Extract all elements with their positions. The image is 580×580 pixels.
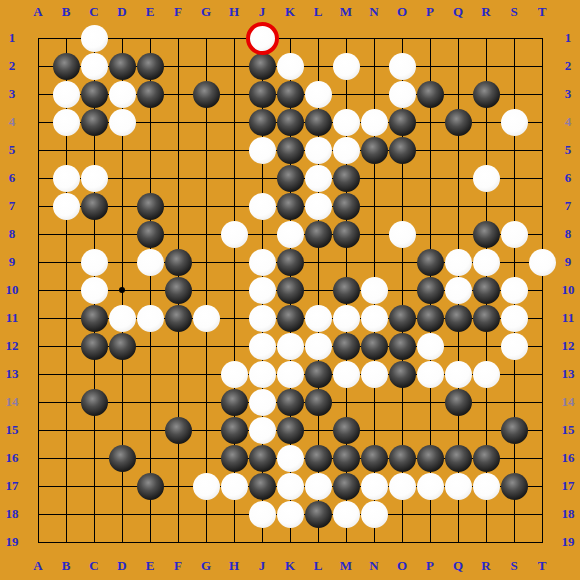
black-stone-f11	[165, 305, 192, 332]
white-stone-s10	[501, 277, 528, 304]
black-stone-m10	[333, 277, 360, 304]
black-stone-o11	[389, 305, 416, 332]
col-label-bottom-g: G	[194, 558, 218, 574]
black-stone-c14	[81, 389, 108, 416]
black-stone-q16	[445, 445, 472, 472]
white-stone-h8	[221, 221, 248, 248]
row-label-left-7: 7	[0, 198, 24, 214]
col-label-top-d: D	[110, 4, 134, 20]
col-label-bottom-o: O	[390, 558, 414, 574]
row-label-right-14: 14	[556, 394, 580, 410]
black-stone-r3	[473, 81, 500, 108]
row-label-right-16: 16	[556, 450, 580, 466]
col-label-bottom-j: J	[250, 558, 274, 574]
white-stone-o8	[389, 221, 416, 248]
white-stone-h17	[221, 473, 248, 500]
white-stone-n18	[361, 501, 388, 528]
black-stone-j16	[249, 445, 276, 472]
col-label-bottom-b: B	[54, 558, 78, 574]
col-label-bottom-f: F	[166, 558, 190, 574]
black-stone-l16	[305, 445, 332, 472]
row-label-left-15: 15	[0, 422, 24, 438]
row-label-left-19: 19	[0, 534, 24, 550]
black-stone-m15	[333, 417, 360, 444]
row-label-left-4: 4	[0, 114, 24, 130]
white-stone-b4	[53, 109, 80, 136]
row-label-left-9: 9	[0, 254, 24, 270]
white-stone-e11	[137, 305, 164, 332]
col-label-bottom-m: M	[334, 558, 358, 574]
white-stone-b3	[53, 81, 80, 108]
white-stone-r17	[473, 473, 500, 500]
white-stone-k17	[277, 473, 304, 500]
white-stone-d11	[109, 305, 136, 332]
white-stone-e9	[137, 249, 164, 276]
white-stone-s4	[501, 109, 528, 136]
white-stone-j14	[249, 389, 276, 416]
col-label-top-p: P	[418, 4, 442, 20]
white-stone-n10	[361, 277, 388, 304]
row-label-right-8: 8	[556, 226, 580, 242]
black-stone-c3	[81, 81, 108, 108]
black-stone-d2	[109, 53, 136, 80]
black-stone-k7	[277, 193, 304, 220]
black-stone-c4	[81, 109, 108, 136]
black-stone-k15	[277, 417, 304, 444]
black-stone-o12	[389, 333, 416, 360]
white-stone-k2	[277, 53, 304, 80]
row-label-right-19: 19	[556, 534, 580, 550]
black-stone-o16	[389, 445, 416, 472]
col-label-bottom-p: P	[418, 558, 442, 574]
black-stone-l13	[305, 361, 332, 388]
col-label-top-q: Q	[446, 4, 470, 20]
col-label-top-k: K	[278, 4, 302, 20]
white-stone-l5	[305, 137, 332, 164]
black-stone-k14	[277, 389, 304, 416]
white-stone-j13	[249, 361, 276, 388]
col-label-bottom-n: N	[362, 558, 386, 574]
white-stone-o17	[389, 473, 416, 500]
white-stone-k16	[277, 445, 304, 472]
black-stone-r8	[473, 221, 500, 248]
row-label-right-5: 5	[556, 142, 580, 158]
white-stone-j7	[249, 193, 276, 220]
black-stone-j2	[249, 53, 276, 80]
white-stone-m2	[333, 53, 360, 80]
black-stone-e3	[137, 81, 164, 108]
black-stone-n12	[361, 333, 388, 360]
black-stone-j4	[249, 109, 276, 136]
white-stone-c6	[81, 165, 108, 192]
row-label-right-17: 17	[556, 478, 580, 494]
black-stone-b2	[53, 53, 80, 80]
black-stone-h15	[221, 417, 248, 444]
row-label-right-7: 7	[556, 198, 580, 214]
black-stone-k6	[277, 165, 304, 192]
white-stone-d4	[109, 109, 136, 136]
white-stone-p17	[417, 473, 444, 500]
black-stone-p16	[417, 445, 444, 472]
black-stone-p10	[417, 277, 444, 304]
black-stone-m8	[333, 221, 360, 248]
col-label-bottom-a: A	[26, 558, 50, 574]
white-stone-n11	[361, 305, 388, 332]
row-label-right-9: 9	[556, 254, 580, 270]
black-stone-r10	[473, 277, 500, 304]
white-stone-j18	[249, 501, 276, 528]
col-label-top-f: F	[166, 4, 190, 20]
black-stone-k10	[277, 277, 304, 304]
row-label-left-8: 8	[0, 226, 24, 242]
col-label-bottom-q: Q	[446, 558, 470, 574]
row-label-left-18: 18	[0, 506, 24, 522]
row-label-right-18: 18	[556, 506, 580, 522]
star-point-d10	[119, 287, 125, 293]
row-label-right-1: 1	[556, 30, 580, 46]
col-label-bottom-r: R	[474, 558, 498, 574]
col-label-bottom-k: K	[278, 558, 302, 574]
row-label-left-12: 12	[0, 338, 24, 354]
col-label-top-m: M	[334, 4, 358, 20]
white-stone-s11	[501, 305, 528, 332]
row-label-right-10: 10	[556, 282, 580, 298]
white-stone-m13	[333, 361, 360, 388]
white-stone-n4	[361, 109, 388, 136]
white-stone-l3	[305, 81, 332, 108]
white-stone-p13	[417, 361, 444, 388]
row-label-left-11: 11	[0, 310, 24, 326]
white-stone-j12	[249, 333, 276, 360]
black-stone-m7	[333, 193, 360, 220]
white-stone-d3	[109, 81, 136, 108]
row-label-left-16: 16	[0, 450, 24, 466]
col-label-top-b: B	[54, 4, 78, 20]
col-label-bottom-e: E	[138, 558, 162, 574]
black-stone-c7	[81, 193, 108, 220]
white-stone-j1	[249, 25, 276, 52]
row-label-right-13: 13	[556, 366, 580, 382]
row-label-right-12: 12	[556, 338, 580, 354]
col-label-bottom-l: L	[306, 558, 330, 574]
black-stone-p3	[417, 81, 444, 108]
col-label-bottom-s: S	[502, 558, 526, 574]
black-stone-n16	[361, 445, 388, 472]
white-stone-k13	[277, 361, 304, 388]
black-stone-d16	[109, 445, 136, 472]
white-stone-c1	[81, 25, 108, 52]
white-stone-m11	[333, 305, 360, 332]
white-stone-s12	[501, 333, 528, 360]
black-stone-g3	[193, 81, 220, 108]
grid-line-horizontal	[38, 542, 543, 543]
black-stone-f10	[165, 277, 192, 304]
black-stone-k5	[277, 137, 304, 164]
col-label-top-l: L	[306, 4, 330, 20]
col-label-top-h: H	[222, 4, 246, 20]
black-stone-l4	[305, 109, 332, 136]
black-stone-o5	[389, 137, 416, 164]
row-label-right-3: 3	[556, 86, 580, 102]
row-label-left-2: 2	[0, 58, 24, 74]
row-label-left-1: 1	[0, 30, 24, 46]
black-stone-m12	[333, 333, 360, 360]
col-label-top-e: E	[138, 4, 162, 20]
white-stone-n17	[361, 473, 388, 500]
row-label-left-14: 14	[0, 394, 24, 410]
white-stone-l7	[305, 193, 332, 220]
white-stone-q13	[445, 361, 472, 388]
col-label-top-s: S	[502, 4, 526, 20]
white-stone-p12	[417, 333, 444, 360]
black-stone-k9	[277, 249, 304, 276]
row-label-left-10: 10	[0, 282, 24, 298]
black-stone-n5	[361, 137, 388, 164]
white-stone-j15	[249, 417, 276, 444]
col-label-top-t: T	[530, 4, 554, 20]
white-stone-o3	[389, 81, 416, 108]
col-label-bottom-d: D	[110, 558, 134, 574]
white-stone-j9	[249, 249, 276, 276]
row-label-left-17: 17	[0, 478, 24, 494]
black-stone-e2	[137, 53, 164, 80]
white-stone-l6	[305, 165, 332, 192]
col-label-top-o: O	[390, 4, 414, 20]
white-stone-c10	[81, 277, 108, 304]
black-stone-h16	[221, 445, 248, 472]
white-stone-g11	[193, 305, 220, 332]
white-stone-b7	[53, 193, 80, 220]
col-label-top-c: C	[82, 4, 106, 20]
white-stone-r9	[473, 249, 500, 276]
white-stone-h13	[221, 361, 248, 388]
row-label-right-11: 11	[556, 310, 580, 326]
col-label-bottom-t: T	[530, 558, 554, 574]
black-stone-k11	[277, 305, 304, 332]
black-stone-q14	[445, 389, 472, 416]
white-stone-l11	[305, 305, 332, 332]
row-label-left-6: 6	[0, 170, 24, 186]
black-stone-p9	[417, 249, 444, 276]
white-stone-k18	[277, 501, 304, 528]
white-stone-t9	[529, 249, 556, 276]
black-stone-q11	[445, 305, 472, 332]
black-stone-e17	[137, 473, 164, 500]
white-stone-j5	[249, 137, 276, 164]
white-stone-c9	[81, 249, 108, 276]
black-stone-m6	[333, 165, 360, 192]
black-stone-h14	[221, 389, 248, 416]
go-board[interactable]: AABBCCDDEEFFGGHHJJKKLLMMNNOOPPQQRRSSTT11…	[0, 0, 580, 580]
black-stone-m17	[333, 473, 360, 500]
row-label-right-2: 2	[556, 58, 580, 74]
col-label-top-n: N	[362, 4, 386, 20]
white-stone-q9	[445, 249, 472, 276]
white-stone-j11	[249, 305, 276, 332]
black-stone-j17	[249, 473, 276, 500]
row-label-left-5: 5	[0, 142, 24, 158]
col-label-top-j: J	[250, 4, 274, 20]
col-label-top-a: A	[26, 4, 50, 20]
white-stone-m4	[333, 109, 360, 136]
white-stone-q17	[445, 473, 472, 500]
white-stone-r13	[473, 361, 500, 388]
white-stone-o2	[389, 53, 416, 80]
white-stone-l12	[305, 333, 332, 360]
white-stone-k8	[277, 221, 304, 248]
white-stone-l17	[305, 473, 332, 500]
black-stone-s17	[501, 473, 528, 500]
black-stone-m16	[333, 445, 360, 472]
black-stone-l8	[305, 221, 332, 248]
black-stone-o13	[389, 361, 416, 388]
white-stone-n13	[361, 361, 388, 388]
white-stone-j10	[249, 277, 276, 304]
black-stone-e8	[137, 221, 164, 248]
white-stone-m5	[333, 137, 360, 164]
white-stone-r6	[473, 165, 500, 192]
row-label-left-3: 3	[0, 86, 24, 102]
col-label-top-r: R	[474, 4, 498, 20]
black-stone-f15	[165, 417, 192, 444]
black-stone-e7	[137, 193, 164, 220]
black-stone-c11	[81, 305, 108, 332]
black-stone-q4	[445, 109, 472, 136]
col-label-bottom-c: C	[82, 558, 106, 574]
white-stone-c2	[81, 53, 108, 80]
black-stone-k4	[277, 109, 304, 136]
white-stone-m18	[333, 501, 360, 528]
black-stone-d12	[109, 333, 136, 360]
black-stone-l18	[305, 501, 332, 528]
row-label-right-4: 4	[556, 114, 580, 130]
row-label-right-15: 15	[556, 422, 580, 438]
col-label-top-g: G	[194, 4, 218, 20]
black-stone-l14	[305, 389, 332, 416]
black-stone-r16	[473, 445, 500, 472]
white-stone-g17	[193, 473, 220, 500]
row-label-right-6: 6	[556, 170, 580, 186]
black-stone-s15	[501, 417, 528, 444]
white-stone-b6	[53, 165, 80, 192]
grid-line-vertical	[542, 38, 543, 543]
white-stone-s8	[501, 221, 528, 248]
row-label-left-13: 13	[0, 366, 24, 382]
col-label-bottom-h: H	[222, 558, 246, 574]
white-stone-k12	[277, 333, 304, 360]
black-stone-p11	[417, 305, 444, 332]
black-stone-o4	[389, 109, 416, 136]
black-stone-j3	[249, 81, 276, 108]
black-stone-f9	[165, 249, 192, 276]
black-stone-r11	[473, 305, 500, 332]
black-stone-c12	[81, 333, 108, 360]
white-stone-q10	[445, 277, 472, 304]
black-stone-k3	[277, 81, 304, 108]
